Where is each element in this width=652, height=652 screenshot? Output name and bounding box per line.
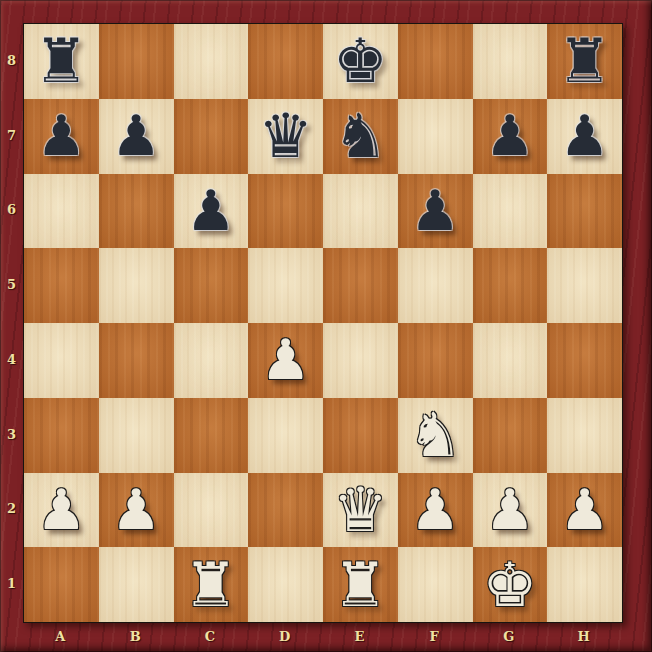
- square-a3[interactable]: [24, 398, 99, 473]
- rank-label-2: 2: [0, 472, 23, 547]
- square-e8[interactable]: ♚: [323, 24, 398, 99]
- square-a4[interactable]: [24, 323, 99, 398]
- square-f2[interactable]: ♟: [398, 473, 473, 548]
- square-e5[interactable]: [323, 248, 398, 323]
- square-c7[interactable]: [174, 99, 249, 174]
- square-e2[interactable]: ♛: [323, 473, 398, 548]
- rank-label-4: 4: [0, 322, 23, 397]
- file-label-h: H: [546, 621, 621, 652]
- square-b3[interactable]: [99, 398, 174, 473]
- square-e7[interactable]: ♞: [323, 99, 398, 174]
- rank-labels: 87654321: [0, 23, 23, 621]
- square-c3[interactable]: [174, 398, 249, 473]
- square-h1[interactable]: [547, 547, 622, 622]
- square-b1[interactable]: [99, 547, 174, 622]
- black-pawn[interactable]: ♟: [186, 174, 236, 248]
- square-g7[interactable]: ♟: [473, 99, 548, 174]
- board: ♜♚♜♟♟♛♞♟♟♟♟♟♞♟♟♛♟♟♟♜♜♚: [23, 23, 623, 623]
- square-h2[interactable]: ♟: [547, 473, 622, 548]
- white-king[interactable]: ♚: [483, 548, 538, 622]
- square-h7[interactable]: ♟: [547, 99, 622, 174]
- rank-label-7: 7: [0, 98, 23, 173]
- white-knight[interactable]: ♞: [408, 398, 463, 472]
- white-pawn[interactable]: ♟: [111, 473, 161, 547]
- black-rook[interactable]: ♜: [34, 24, 89, 98]
- square-c1[interactable]: ♜: [174, 547, 249, 622]
- square-f3[interactable]: ♞: [398, 398, 473, 473]
- white-pawn[interactable]: ♟: [410, 473, 460, 547]
- square-a8[interactable]: ♜: [24, 24, 99, 99]
- square-c6[interactable]: ♟: [174, 174, 249, 249]
- square-c2[interactable]: [174, 473, 249, 548]
- square-d5[interactable]: [248, 248, 323, 323]
- square-e1[interactable]: ♜: [323, 547, 398, 622]
- square-d2[interactable]: [248, 473, 323, 548]
- black-king[interactable]: ♚: [333, 24, 388, 98]
- square-d6[interactable]: [248, 174, 323, 249]
- black-pawn[interactable]: ♟: [111, 99, 161, 173]
- square-b2[interactable]: ♟: [99, 473, 174, 548]
- square-b6[interactable]: [99, 174, 174, 249]
- square-g2[interactable]: ♟: [473, 473, 548, 548]
- square-a5[interactable]: [24, 248, 99, 323]
- white-rook[interactable]: ♜: [184, 548, 239, 622]
- file-label-f: F: [397, 621, 472, 652]
- square-d8[interactable]: [248, 24, 323, 99]
- white-pawn[interactable]: ♟: [485, 473, 535, 547]
- file-labels: ABCDEFGH: [23, 621, 621, 652]
- square-h6[interactable]: [547, 174, 622, 249]
- square-g5[interactable]: [473, 248, 548, 323]
- rank-label-8: 8: [0, 23, 23, 98]
- square-e3[interactable]: [323, 398, 398, 473]
- file-label-a: A: [23, 621, 98, 652]
- square-f1[interactable]: [398, 547, 473, 622]
- black-rook[interactable]: ♜: [557, 24, 612, 98]
- square-d1[interactable]: [248, 547, 323, 622]
- square-g1[interactable]: ♚: [473, 547, 548, 622]
- square-g6[interactable]: [473, 174, 548, 249]
- chessboard-frame: 87654321 ♜♚♜♟♟♛♞♟♟♟♟♟♞♟♟♛♟♟♟♜♜♚ ABCDEFGH: [0, 0, 652, 652]
- square-h5[interactable]: [547, 248, 622, 323]
- square-d3[interactable]: [248, 398, 323, 473]
- square-a7[interactable]: ♟: [24, 99, 99, 174]
- square-e4[interactable]: [323, 323, 398, 398]
- square-h8[interactable]: ♜: [547, 24, 622, 99]
- square-d7[interactable]: ♛: [248, 99, 323, 174]
- square-g4[interactable]: [473, 323, 548, 398]
- square-a1[interactable]: [24, 547, 99, 622]
- white-pawn[interactable]: ♟: [36, 473, 86, 547]
- square-a6[interactable]: [24, 174, 99, 249]
- square-h3[interactable]: [547, 398, 622, 473]
- rank-label-5: 5: [0, 247, 23, 322]
- square-b5[interactable]: [99, 248, 174, 323]
- white-queen[interactable]: ♛: [333, 473, 388, 547]
- square-f8[interactable]: [398, 24, 473, 99]
- square-d4[interactable]: ♟: [248, 323, 323, 398]
- square-g3[interactable]: [473, 398, 548, 473]
- square-c5[interactable]: [174, 248, 249, 323]
- file-label-c: C: [173, 621, 248, 652]
- white-pawn[interactable]: ♟: [560, 473, 610, 547]
- white-rook[interactable]: ♜: [333, 548, 388, 622]
- square-f4[interactable]: [398, 323, 473, 398]
- square-c4[interactable]: [174, 323, 249, 398]
- square-b8[interactable]: [99, 24, 174, 99]
- black-pawn[interactable]: ♟: [560, 99, 610, 173]
- file-label-g: G: [472, 621, 547, 652]
- square-f7[interactable]: [398, 99, 473, 174]
- black-pawn[interactable]: ♟: [410, 174, 460, 248]
- square-b4[interactable]: [99, 323, 174, 398]
- square-f6[interactable]: ♟: [398, 174, 473, 249]
- black-knight[interactable]: ♞: [333, 99, 388, 173]
- white-pawn[interactable]: ♟: [261, 323, 311, 397]
- file-label-e: E: [322, 621, 397, 652]
- square-g8[interactable]: [473, 24, 548, 99]
- rank-label-1: 1: [0, 546, 23, 621]
- square-f5[interactable]: [398, 248, 473, 323]
- rank-label-3: 3: [0, 397, 23, 472]
- square-h4[interactable]: [547, 323, 622, 398]
- black-queen[interactable]: ♛: [258, 99, 313, 173]
- file-label-b: B: [98, 621, 173, 652]
- black-pawn[interactable]: ♟: [485, 99, 535, 173]
- square-b7[interactable]: ♟: [99, 99, 174, 174]
- rank-label-6: 6: [0, 173, 23, 248]
- file-label-d: D: [247, 621, 322, 652]
- square-e6[interactable]: [323, 174, 398, 249]
- square-a2[interactable]: ♟: [24, 473, 99, 548]
- square-c8[interactable]: [174, 24, 249, 99]
- black-pawn[interactable]: ♟: [36, 99, 86, 173]
